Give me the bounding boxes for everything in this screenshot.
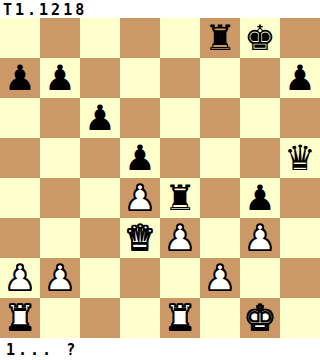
square-g3[interactable]: ♟: [240, 218, 280, 258]
piece-white-rook: ♜: [164, 298, 195, 338]
square-e6[interactable]: [160, 98, 200, 138]
square-a6[interactable]: [0, 98, 40, 138]
square-h7[interactable]: ♟: [280, 58, 320, 98]
piece-white-pawn: ♟: [164, 218, 195, 258]
piece-black-rook: ♜: [164, 178, 195, 218]
square-f8[interactable]: ♜: [200, 18, 240, 58]
square-d7[interactable]: [120, 58, 160, 98]
square-d1[interactable]: [120, 298, 160, 338]
square-c4[interactable]: [80, 178, 120, 218]
square-c7[interactable]: [80, 58, 120, 98]
piece-black-rook: ♜: [204, 18, 235, 58]
square-d4[interactable]: ♟: [120, 178, 160, 218]
square-b8[interactable]: [40, 18, 80, 58]
puzzle-id: T1.1218: [0, 0, 320, 18]
square-f6[interactable]: [200, 98, 240, 138]
square-c6[interactable]: ♟: [80, 98, 120, 138]
square-b1[interactable]: [40, 298, 80, 338]
square-e8[interactable]: [160, 18, 200, 58]
square-h8[interactable]: [280, 18, 320, 58]
square-d2[interactable]: [120, 258, 160, 298]
square-e2[interactable]: [160, 258, 200, 298]
square-h6[interactable]: [280, 98, 320, 138]
square-f5[interactable]: [200, 138, 240, 178]
piece-black-king: ♚: [244, 18, 275, 58]
square-b4[interactable]: [40, 178, 80, 218]
piece-black-queen: ♛: [284, 138, 315, 178]
square-c5[interactable]: [80, 138, 120, 178]
square-c3[interactable]: [80, 218, 120, 258]
square-d6[interactable]: [120, 98, 160, 138]
square-d5[interactable]: ♟: [120, 138, 160, 178]
square-a2[interactable]: ♟: [0, 258, 40, 298]
square-f1[interactable]: [200, 298, 240, 338]
square-g8[interactable]: ♚: [240, 18, 280, 58]
square-b6[interactable]: [40, 98, 80, 138]
square-g2[interactable]: [240, 258, 280, 298]
piece-white-rook: ♜: [4, 298, 35, 338]
square-a5[interactable]: [0, 138, 40, 178]
square-g4[interactable]: ♟: [240, 178, 280, 218]
square-g7[interactable]: [240, 58, 280, 98]
square-a4[interactable]: [0, 178, 40, 218]
square-c2[interactable]: [80, 258, 120, 298]
square-h2[interactable]: [280, 258, 320, 298]
square-h5[interactable]: ♛: [280, 138, 320, 178]
square-g6[interactable]: [240, 98, 280, 138]
square-a8[interactable]: [0, 18, 40, 58]
chess-board: ♜♚♟♟♟♟♟♛♟♜♟♛♟♟♟♟♟♜♜♚: [0, 18, 320, 338]
piece-black-pawn: ♟: [84, 98, 115, 138]
square-h3[interactable]: [280, 218, 320, 258]
square-f7[interactable]: [200, 58, 240, 98]
square-a1[interactable]: ♜: [0, 298, 40, 338]
piece-white-pawn: ♟: [4, 258, 35, 298]
square-e3[interactable]: ♟: [160, 218, 200, 258]
piece-black-pawn: ♟: [4, 58, 35, 98]
square-d8[interactable]: [120, 18, 160, 58]
piece-white-pawn: ♟: [44, 258, 75, 298]
square-f4[interactable]: [200, 178, 240, 218]
piece-black-pawn: ♟: [124, 138, 155, 178]
square-a3[interactable]: [0, 218, 40, 258]
piece-black-pawn: ♟: [44, 58, 75, 98]
square-g5[interactable]: [240, 138, 280, 178]
square-e5[interactable]: [160, 138, 200, 178]
piece-white-pawn: ♟: [124, 178, 155, 218]
piece-white-queen: ♛: [124, 218, 155, 258]
square-b5[interactable]: [40, 138, 80, 178]
piece-white-king: ♚: [244, 298, 275, 338]
square-e1[interactable]: ♜: [160, 298, 200, 338]
square-e4[interactable]: ♜: [160, 178, 200, 218]
piece-white-pawn: ♟: [204, 258, 235, 298]
piece-white-pawn: ♟: [244, 218, 275, 258]
square-f2[interactable]: ♟: [200, 258, 240, 298]
square-g1[interactable]: ♚: [240, 298, 280, 338]
square-f3[interactable]: [200, 218, 240, 258]
square-h4[interactable]: [280, 178, 320, 218]
piece-black-pawn: ♟: [284, 58, 315, 98]
square-h1[interactable]: [280, 298, 320, 338]
square-c1[interactable]: [80, 298, 120, 338]
square-b7[interactable]: ♟: [40, 58, 80, 98]
square-b3[interactable]: [40, 218, 80, 258]
square-b2[interactable]: ♟: [40, 258, 80, 298]
square-d3[interactable]: ♛: [120, 218, 160, 258]
chess-puzzle-page: T1.1218 ♜♚♟♟♟♟♟♛♟♜♟♛♟♟♟♟♟♜♜♚ 1... ?: [0, 0, 320, 360]
move-prompt: 1... ?: [0, 338, 320, 360]
square-e7[interactable]: [160, 58, 200, 98]
piece-black-pawn: ♟: [244, 178, 275, 218]
square-a7[interactable]: ♟: [0, 58, 40, 98]
square-c8[interactable]: [80, 18, 120, 58]
